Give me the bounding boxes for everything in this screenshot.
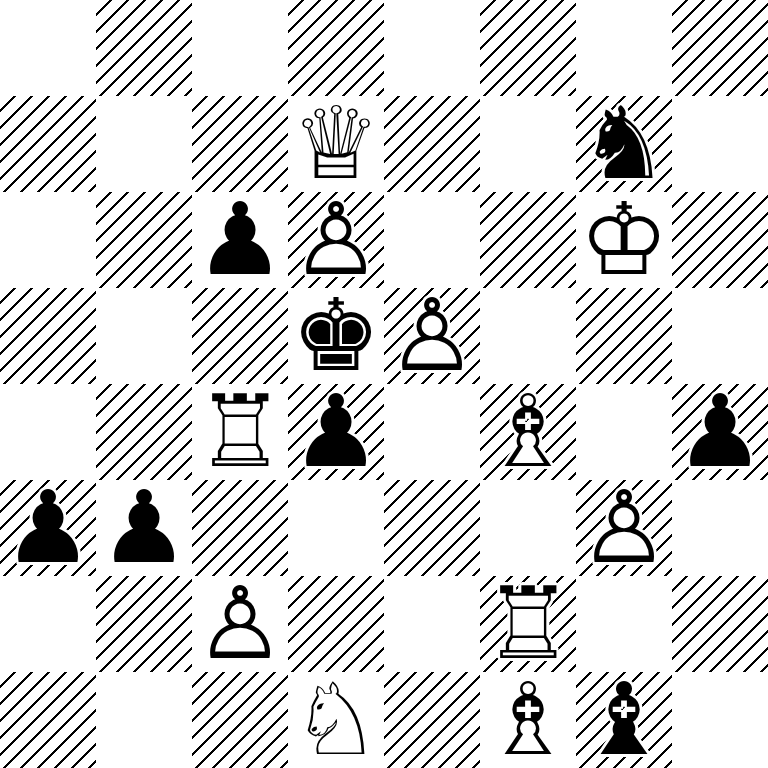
piece-fill-layer: ♝ bbox=[480, 672, 576, 768]
square-b6[interactable] bbox=[96, 192, 192, 288]
white-pawn-piece: ♙ bbox=[576, 480, 672, 576]
square-c8[interactable] bbox=[192, 0, 288, 96]
square-g1[interactable]: ♝♝ bbox=[576, 672, 672, 768]
piece-fill-layer: ♛ bbox=[288, 96, 384, 192]
white-pawn-piece: ♙ bbox=[288, 192, 384, 288]
piece-fill-layer: ♚ bbox=[576, 192, 672, 288]
square-e7[interactable] bbox=[384, 96, 480, 192]
square-d8[interactable] bbox=[288, 0, 384, 96]
piece-fill-layer: ♟ bbox=[192, 192, 288, 288]
black-pawn-piece: ♟ bbox=[672, 384, 768, 480]
piece-fill-layer: ♟ bbox=[576, 480, 672, 576]
piece-fill-layer: ♟ bbox=[96, 480, 192, 576]
square-a3[interactable]: ♟♟ bbox=[0, 480, 96, 576]
square-g5[interactable] bbox=[576, 288, 672, 384]
square-f4[interactable]: ♝♗ bbox=[480, 384, 576, 480]
white-rook-piece: ♖ bbox=[192, 384, 288, 480]
square-c2[interactable]: ♟♙ bbox=[192, 576, 288, 672]
black-pawn-piece: ♟ bbox=[288, 384, 384, 480]
square-g4[interactable] bbox=[576, 384, 672, 480]
square-h4[interactable]: ♟♟ bbox=[672, 384, 768, 480]
piece-fill-layer: ♟ bbox=[192, 576, 288, 672]
square-a7[interactable] bbox=[0, 96, 96, 192]
black-bishop-piece: ♝ bbox=[576, 672, 672, 768]
square-c1[interactable] bbox=[192, 672, 288, 768]
white-pawn-piece: ♙ bbox=[384, 288, 480, 384]
black-knight-piece: ♞ bbox=[576, 96, 672, 192]
square-b4[interactable] bbox=[96, 384, 192, 480]
square-f8[interactable] bbox=[480, 0, 576, 96]
square-b7[interactable] bbox=[96, 96, 192, 192]
square-h7[interactable] bbox=[672, 96, 768, 192]
square-e2[interactable] bbox=[384, 576, 480, 672]
square-g2[interactable] bbox=[576, 576, 672, 672]
square-h8[interactable] bbox=[672, 0, 768, 96]
square-b2[interactable] bbox=[96, 576, 192, 672]
square-e3[interactable] bbox=[384, 480, 480, 576]
square-e6[interactable] bbox=[384, 192, 480, 288]
white-king-piece: ♔ bbox=[576, 192, 672, 288]
square-g7[interactable]: ♞♞ bbox=[576, 96, 672, 192]
square-e4[interactable] bbox=[384, 384, 480, 480]
square-d1[interactable]: ♞♘ bbox=[288, 672, 384, 768]
white-rook-piece: ♖ bbox=[480, 576, 576, 672]
piece-fill-layer: ♟ bbox=[288, 384, 384, 480]
piece-fill-layer: ♜ bbox=[192, 384, 288, 480]
white-queen-piece: ♕ bbox=[288, 96, 384, 192]
square-f7[interactable] bbox=[480, 96, 576, 192]
square-e8[interactable] bbox=[384, 0, 480, 96]
piece-fill-layer: ♞ bbox=[288, 672, 384, 768]
square-e5[interactable]: ♟♙ bbox=[384, 288, 480, 384]
square-b5[interactable] bbox=[96, 288, 192, 384]
square-f5[interactable] bbox=[480, 288, 576, 384]
square-f6[interactable] bbox=[480, 192, 576, 288]
square-b1[interactable] bbox=[96, 672, 192, 768]
black-pawn-piece: ♟ bbox=[192, 192, 288, 288]
square-a2[interactable] bbox=[0, 576, 96, 672]
white-bishop-piece: ♗ bbox=[480, 672, 576, 768]
square-b3[interactable]: ♟♟ bbox=[96, 480, 192, 576]
piece-fill-layer: ♜ bbox=[480, 576, 576, 672]
square-f2[interactable]: ♜♖ bbox=[480, 576, 576, 672]
square-f3[interactable] bbox=[480, 480, 576, 576]
square-a1[interactable] bbox=[0, 672, 96, 768]
piece-fill-layer: ♝ bbox=[480, 384, 576, 480]
square-a4[interactable] bbox=[0, 384, 96, 480]
square-f1[interactable]: ♝♗ bbox=[480, 672, 576, 768]
square-c7[interactable] bbox=[192, 96, 288, 192]
piece-fill-layer: ♞ bbox=[576, 96, 672, 192]
square-g3[interactable]: ♟♙ bbox=[576, 480, 672, 576]
square-h1[interactable] bbox=[672, 672, 768, 768]
square-e1[interactable] bbox=[384, 672, 480, 768]
square-h2[interactable] bbox=[672, 576, 768, 672]
black-pawn-piece: ♟ bbox=[0, 480, 96, 576]
chess-board: ♛♕♞♞♟♟♟♙♚♔♚♚♟♙♜♖♟♟♝♗♟♟♟♟♟♟♟♙♟♙♜♖♞♘♝♗♝♝ bbox=[0, 0, 768, 768]
square-c4[interactable]: ♜♖ bbox=[192, 384, 288, 480]
square-g8[interactable] bbox=[576, 0, 672, 96]
black-king-piece: ♚ bbox=[288, 288, 384, 384]
square-a5[interactable] bbox=[0, 288, 96, 384]
square-d3[interactable] bbox=[288, 480, 384, 576]
piece-fill-layer: ♚ bbox=[288, 288, 384, 384]
square-d2[interactable] bbox=[288, 576, 384, 672]
white-bishop-piece: ♗ bbox=[480, 384, 576, 480]
square-a6[interactable] bbox=[0, 192, 96, 288]
square-c5[interactable] bbox=[192, 288, 288, 384]
piece-fill-layer: ♝ bbox=[576, 672, 672, 768]
square-c3[interactable] bbox=[192, 480, 288, 576]
piece-fill-layer: ♟ bbox=[288, 192, 384, 288]
square-b8[interactable] bbox=[96, 0, 192, 96]
square-a8[interactable] bbox=[0, 0, 96, 96]
square-h6[interactable] bbox=[672, 192, 768, 288]
square-d7[interactable]: ♛♕ bbox=[288, 96, 384, 192]
piece-fill-layer: ♟ bbox=[384, 288, 480, 384]
piece-fill-layer: ♟ bbox=[0, 480, 96, 576]
black-pawn-piece: ♟ bbox=[96, 480, 192, 576]
square-c6[interactable]: ♟♟ bbox=[192, 192, 288, 288]
piece-fill-layer: ♟ bbox=[672, 384, 768, 480]
square-d6[interactable]: ♟♙ bbox=[288, 192, 384, 288]
square-h5[interactable] bbox=[672, 288, 768, 384]
square-g6[interactable]: ♚♔ bbox=[576, 192, 672, 288]
white-knight-piece: ♘ bbox=[288, 672, 384, 768]
white-pawn-piece: ♙ bbox=[192, 576, 288, 672]
square-d4[interactable]: ♟♟ bbox=[288, 384, 384, 480]
square-h3[interactable] bbox=[672, 480, 768, 576]
square-d5[interactable]: ♚♚ bbox=[288, 288, 384, 384]
